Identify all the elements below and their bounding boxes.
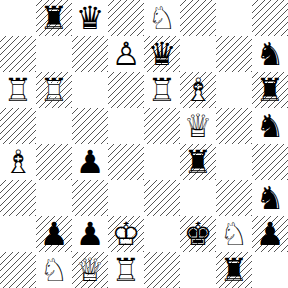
white-knight-piece: ♞♘	[36, 252, 72, 288]
square-d6[interactable]	[108, 72, 144, 108]
black-rook-piece: ♜	[180, 144, 216, 180]
square-c7[interactable]	[72, 36, 108, 72]
square-a8[interactable]	[0, 0, 36, 36]
square-d3[interactable]	[108, 180, 144, 216]
black-pawn-piece: ♟	[252, 216, 288, 252]
black-queen-piece: ♛	[144, 36, 180, 72]
piece-glyph: ♛	[72, 0, 108, 36]
piece-glyph: ♖	[108, 252, 144, 288]
square-c3[interactable]	[72, 180, 108, 216]
piece-glyph: ♟	[72, 216, 108, 252]
piece-glyph: ♕	[72, 252, 108, 288]
piece-glyph: ♟	[72, 144, 108, 180]
piece-glyph: ♗	[180, 72, 216, 108]
square-g1[interactable]: ♜	[216, 252, 252, 288]
square-c4[interactable]: ♟	[72, 144, 108, 180]
black-knight-piece: ♞	[252, 108, 288, 144]
square-h5[interactable]: ♞	[252, 108, 288, 144]
piece-glyph: ♙	[108, 36, 144, 72]
square-b4[interactable]	[36, 144, 72, 180]
white-queen-piece: ♛♕	[72, 252, 108, 288]
square-d5[interactable]	[108, 108, 144, 144]
piece-glyph: ♜	[252, 72, 288, 108]
black-pawn-piece: ♟	[72, 216, 108, 252]
square-g3[interactable]	[216, 180, 252, 216]
piece-glyph: ♞	[252, 36, 288, 72]
piece-glyph: ♚	[180, 216, 216, 252]
square-e6[interactable]: ♜♖	[144, 72, 180, 108]
square-e2[interactable]	[144, 216, 180, 252]
piece-glyph: ♖	[0, 72, 36, 108]
white-queen-piece: ♛♕	[180, 108, 216, 144]
square-h3[interactable]: ♞	[252, 180, 288, 216]
white-bishop-piece: ♝♗	[0, 144, 36, 180]
piece-glyph: ♜	[216, 252, 252, 288]
square-g5[interactable]	[216, 108, 252, 144]
piece-glyph: ♕	[180, 108, 216, 144]
piece-glyph: ♛	[144, 36, 180, 72]
square-h8[interactable]	[252, 0, 288, 36]
square-f2[interactable]: ♚	[180, 216, 216, 252]
white-rook-piece: ♜♖	[144, 72, 180, 108]
piece-glyph: ♘	[216, 216, 252, 252]
chess-board: ♜♛♞♘♙♙♛♞♜♖♜♖♜♖♝♗♜♛♕♞♝♗♟♜♞♟♟♚♔♚♞♘♟♞♘♛♕♜♖♜	[0, 0, 288, 288]
white-bishop-piece: ♝♗	[180, 72, 216, 108]
white-pawn-piece: ♙♙	[108, 36, 144, 72]
square-g7[interactable]	[216, 36, 252, 72]
black-pawn-piece: ♟	[72, 144, 108, 180]
white-rook-piece: ♜♖	[108, 252, 144, 288]
square-a6[interactable]: ♜♖	[0, 72, 36, 108]
square-b6[interactable]: ♜♖	[36, 72, 72, 108]
square-e3[interactable]	[144, 180, 180, 216]
white-rook-piece: ♜♖	[0, 72, 36, 108]
black-queen-piece: ♛	[72, 0, 108, 36]
square-c1[interactable]: ♛♕	[72, 252, 108, 288]
square-g4[interactable]	[216, 144, 252, 180]
square-e4[interactable]	[144, 144, 180, 180]
square-c6[interactable]	[72, 72, 108, 108]
square-b1[interactable]: ♞♘	[36, 252, 72, 288]
piece-glyph: ♖	[36, 72, 72, 108]
square-b8[interactable]: ♜	[36, 0, 72, 36]
square-e7[interactable]: ♛	[144, 36, 180, 72]
piece-glyph: ♘	[36, 252, 72, 288]
white-knight-piece: ♞♘	[144, 0, 180, 36]
square-g6[interactable]	[216, 72, 252, 108]
square-h1[interactable]	[252, 252, 288, 288]
black-knight-piece: ♞	[252, 180, 288, 216]
piece-glyph: ♟	[36, 216, 72, 252]
square-a5[interactable]	[0, 108, 36, 144]
square-a4[interactable]: ♝♗	[0, 144, 36, 180]
piece-glyph: ♜	[36, 0, 72, 36]
square-f1[interactable]	[180, 252, 216, 288]
piece-glyph: ♞	[252, 108, 288, 144]
piece-glyph: ♜	[180, 144, 216, 180]
square-f6[interactable]: ♝♗	[180, 72, 216, 108]
black-rook-piece: ♜	[216, 252, 252, 288]
white-king-piece: ♚♔	[108, 216, 144, 252]
square-b3[interactable]	[36, 180, 72, 216]
square-e5[interactable]	[144, 108, 180, 144]
square-h6[interactable]: ♜	[252, 72, 288, 108]
piece-glyph: ♟	[252, 216, 288, 252]
square-g2[interactable]: ♞♘	[216, 216, 252, 252]
piece-glyph: ♔	[108, 216, 144, 252]
square-f7[interactable]	[180, 36, 216, 72]
piece-glyph: ♞	[252, 180, 288, 216]
square-f8[interactable]	[180, 0, 216, 36]
square-d2[interactable]: ♚♔	[108, 216, 144, 252]
square-c5[interactable]	[72, 108, 108, 144]
white-rook-piece: ♜♖	[36, 72, 72, 108]
square-f4[interactable]: ♜	[180, 144, 216, 180]
square-d7[interactable]: ♙♙	[108, 36, 144, 72]
black-pawn-piece: ♟	[36, 216, 72, 252]
piece-glyph: ♗	[0, 144, 36, 180]
square-a3[interactable]	[0, 180, 36, 216]
square-a7[interactable]	[0, 36, 36, 72]
square-a2[interactable]	[0, 216, 36, 252]
black-knight-piece: ♞	[252, 36, 288, 72]
square-f5[interactable]: ♛♕	[180, 108, 216, 144]
square-d4[interactable]	[108, 144, 144, 180]
piece-glyph: ♖	[144, 72, 180, 108]
square-h2[interactable]: ♟	[252, 216, 288, 252]
square-h7[interactable]: ♞	[252, 36, 288, 72]
square-e8[interactable]: ♞♘	[144, 0, 180, 36]
square-b7[interactable]	[36, 36, 72, 72]
black-rook-piece: ♜	[252, 72, 288, 108]
square-h4[interactable]	[252, 144, 288, 180]
square-d8[interactable]	[108, 0, 144, 36]
square-g8[interactable]	[216, 0, 252, 36]
square-c8[interactable]: ♛	[72, 0, 108, 36]
square-d1[interactable]: ♜♖	[108, 252, 144, 288]
black-king-piece: ♚	[180, 216, 216, 252]
square-a1[interactable]	[0, 252, 36, 288]
square-e1[interactable]	[144, 252, 180, 288]
square-c2[interactable]: ♟	[72, 216, 108, 252]
square-f3[interactable]	[180, 180, 216, 216]
square-b5[interactable]	[36, 108, 72, 144]
white-knight-piece: ♞♘	[216, 216, 252, 252]
piece-glyph: ♘	[144, 0, 180, 36]
square-b2[interactable]: ♟	[36, 216, 72, 252]
black-rook-piece: ♜	[36, 0, 72, 36]
